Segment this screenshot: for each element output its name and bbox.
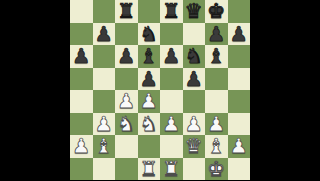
- square-d1[interactable]: ♜: [138, 158, 161, 181]
- square-a2[interactable]: ♟: [70, 135, 93, 158]
- piece-black-pawn[interactable]: ♟: [162, 46, 180, 67]
- piece-white-knight[interactable]: ♞: [117, 113, 135, 134]
- square-d2[interactable]: [138, 135, 161, 158]
- square-g5[interactable]: [205, 68, 228, 91]
- piece-white-bishop[interactable]: ♝: [95, 136, 113, 157]
- square-b5[interactable]: [93, 68, 116, 91]
- piece-black-pawn[interactable]: ♟: [72, 46, 90, 67]
- piece-black-pawn[interactable]: ♟: [185, 68, 203, 89]
- piece-white-knight[interactable]: ♞: [140, 113, 158, 134]
- square-d4[interactable]: ♟: [138, 90, 161, 113]
- square-g3[interactable]: ♟: [205, 113, 228, 136]
- square-g2[interactable]: ♝: [205, 135, 228, 158]
- square-b6[interactable]: [93, 45, 116, 68]
- square-h5[interactable]: [228, 68, 251, 91]
- square-a7[interactable]: [70, 23, 93, 46]
- piece-black-pawn[interactable]: ♟: [207, 23, 225, 44]
- piece-white-queen[interactable]: ♛: [185, 136, 203, 157]
- piece-black-rook[interactable]: ♜: [117, 1, 135, 22]
- piece-white-bishop[interactable]: ♝: [207, 136, 225, 157]
- square-g8[interactable]: ♚: [205, 0, 228, 23]
- piece-white-pawn[interactable]: ♟: [185, 113, 203, 134]
- square-c6[interactable]: ♟: [115, 45, 138, 68]
- square-c5[interactable]: [115, 68, 138, 91]
- square-c2[interactable]: [115, 135, 138, 158]
- square-f4[interactable]: [183, 90, 206, 113]
- square-g1[interactable]: ♚: [205, 158, 228, 181]
- piece-black-rook[interactable]: ♜: [162, 1, 180, 22]
- piece-white-king[interactable]: ♚: [207, 158, 225, 179]
- square-a3[interactable]: [70, 113, 93, 136]
- square-a6[interactable]: ♟: [70, 45, 93, 68]
- letterbox-left: [0, 0, 70, 180]
- square-f6[interactable]: ♞: [183, 45, 206, 68]
- square-d3[interactable]: ♞: [138, 113, 161, 136]
- square-c8[interactable]: ♜: [115, 0, 138, 23]
- piece-white-pawn[interactable]: ♟: [230, 136, 248, 157]
- piece-black-pawn[interactable]: ♟: [117, 46, 135, 67]
- piece-black-queen[interactable]: ♛: [185, 1, 203, 22]
- piece-white-pawn[interactable]: ♟: [117, 91, 135, 112]
- square-c1[interactable]: [115, 158, 138, 181]
- piece-black-bishop[interactable]: ♝: [140, 46, 158, 67]
- square-b7[interactable]: ♟: [93, 23, 116, 46]
- square-d5[interactable]: ♟: [138, 68, 161, 91]
- square-a1[interactable]: [70, 158, 93, 181]
- square-a8[interactable]: [70, 0, 93, 23]
- piece-white-pawn[interactable]: ♟: [162, 113, 180, 134]
- piece-black-pawn[interactable]: ♟: [140, 68, 158, 89]
- square-h8[interactable]: [228, 0, 251, 23]
- square-f5[interactable]: ♟: [183, 68, 206, 91]
- square-g7[interactable]: ♟: [205, 23, 228, 46]
- square-f7[interactable]: [183, 23, 206, 46]
- piece-black-pawn[interactable]: ♟: [230, 23, 248, 44]
- square-e2[interactable]: [160, 135, 183, 158]
- video-frame: ♜♜♛♚♟♞♟♟♟♟♝♟♞♝♟♟♟♟♟♞♞♟♟♟♟♝♛♝♟♜♜♚: [0, 0, 320, 180]
- square-c7[interactable]: [115, 23, 138, 46]
- piece-black-king[interactable]: ♚: [207, 1, 225, 22]
- square-e4[interactable]: [160, 90, 183, 113]
- square-e6[interactable]: ♟: [160, 45, 183, 68]
- square-e1[interactable]: ♜: [160, 158, 183, 181]
- piece-black-knight[interactable]: ♞: [185, 46, 203, 67]
- piece-white-pawn[interactable]: ♟: [140, 91, 158, 112]
- chess-board: ♜♜♛♚♟♞♟♟♟♟♝♟♞♝♟♟♟♟♟♞♞♟♟♟♟♝♛♝♟♜♜♚: [70, 0, 250, 180]
- square-g4[interactable]: [205, 90, 228, 113]
- piece-black-bishop[interactable]: ♝: [207, 46, 225, 67]
- square-g6[interactable]: ♝: [205, 45, 228, 68]
- square-b2[interactable]: ♝: [93, 135, 116, 158]
- square-b3[interactable]: ♟: [93, 113, 116, 136]
- square-h3[interactable]: [228, 113, 251, 136]
- piece-black-knight[interactable]: ♞: [140, 23, 158, 44]
- square-d7[interactable]: ♞: [138, 23, 161, 46]
- square-h4[interactable]: [228, 90, 251, 113]
- piece-white-pawn[interactable]: ♟: [72, 136, 90, 157]
- square-a5[interactable]: [70, 68, 93, 91]
- letterbox-right: [250, 0, 320, 180]
- square-f1[interactable]: [183, 158, 206, 181]
- square-f8[interactable]: ♛: [183, 0, 206, 23]
- piece-black-pawn[interactable]: ♟: [95, 23, 113, 44]
- piece-white-pawn[interactable]: ♟: [95, 113, 113, 134]
- square-e3[interactable]: ♟: [160, 113, 183, 136]
- square-h2[interactable]: ♟: [228, 135, 251, 158]
- square-d8[interactable]: [138, 0, 161, 23]
- square-h7[interactable]: ♟: [228, 23, 251, 46]
- piece-white-rook[interactable]: ♜: [162, 158, 180, 179]
- piece-white-rook[interactable]: ♜: [140, 158, 158, 179]
- square-b8[interactable]: [93, 0, 116, 23]
- square-b1[interactable]: [93, 158, 116, 181]
- square-d6[interactable]: ♝: [138, 45, 161, 68]
- square-a4[interactable]: [70, 90, 93, 113]
- square-e8[interactable]: ♜: [160, 0, 183, 23]
- piece-white-pawn[interactable]: ♟: [207, 113, 225, 134]
- square-h1[interactable]: [228, 158, 251, 181]
- square-e7[interactable]: [160, 23, 183, 46]
- square-b4[interactable]: [93, 90, 116, 113]
- square-c3[interactable]: ♞: [115, 113, 138, 136]
- square-e5[interactable]: [160, 68, 183, 91]
- square-f2[interactable]: ♛: [183, 135, 206, 158]
- square-c4[interactable]: ♟: [115, 90, 138, 113]
- square-f3[interactable]: ♟: [183, 113, 206, 136]
- square-h6[interactable]: [228, 45, 251, 68]
